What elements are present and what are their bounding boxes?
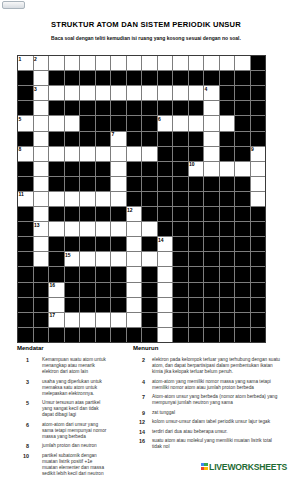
- grid-cell[interactable]: [142, 222, 157, 236]
- grid-cell[interactable]: 14: [158, 237, 173, 251]
- black-cell: [65, 132, 80, 146]
- grid-cell[interactable]: [34, 237, 49, 251]
- grid-cell[interactable]: [96, 252, 111, 266]
- grid-cell[interactable]: [96, 313, 111, 327]
- grid-cell[interactable]: [49, 116, 64, 130]
- grid-cell[interactable]: [65, 116, 80, 130]
- clue-item: 5Unsur tersusun atas partikel yang sanga…: [17, 400, 125, 418]
- black-cell: [251, 283, 266, 297]
- grid-cell[interactable]: [173, 116, 188, 130]
- grid-cell[interactable]: [80, 313, 95, 327]
- grid-cell[interactable]: [158, 56, 173, 70]
- black-cell: [49, 162, 64, 176]
- worksheet-page: { "game": "crossword", "header": { "titl…: [0, 0, 292, 480]
- grid-cell[interactable]: [80, 252, 95, 266]
- grid-cell[interactable]: [189, 86, 204, 100]
- grid-cell[interactable]: [127, 283, 142, 297]
- grid-cell[interactable]: [111, 86, 126, 100]
- grid-cell[interactable]: [127, 237, 142, 251]
- grid-cell[interactable]: [127, 313, 142, 327]
- black-cell: [251, 222, 266, 236]
- grid-cell[interactable]: [96, 147, 111, 161]
- grid-cell[interactable]: [96, 192, 111, 206]
- grid-cell[interactable]: [158, 298, 173, 312]
- black-cell: [127, 177, 142, 191]
- black-cell: [220, 298, 235, 312]
- page-subtitle: Baca soal dengan teliti kemudian isi rua…: [0, 35, 292, 41]
- black-cell: [235, 101, 250, 115]
- black-cell: [49, 132, 64, 146]
- clue-item-text: Kemampuan suatu atom untuk menangkap ata…: [42, 357, 108, 375]
- black-cell: [173, 283, 188, 297]
- grid-cell[interactable]: [80, 56, 95, 70]
- black-cell: [189, 267, 204, 281]
- crossword-grid: 1234567891011121314151617: [18, 56, 265, 342]
- black-cell: [204, 177, 219, 191]
- clue-item: 9zat tunggal: [133, 410, 285, 416]
- black-cell: [204, 237, 219, 251]
- liveworksheets-logo-text: LIVEWORKSHEETS: [209, 462, 287, 472]
- grid-cell[interactable]: [49, 147, 64, 161]
- grid-cell[interactable]: [34, 132, 49, 146]
- black-cell: [158, 162, 173, 176]
- black-cell: [235, 71, 250, 85]
- black-cell: [18, 101, 33, 115]
- black-cell: [111, 328, 126, 342]
- black-cell: [173, 252, 188, 266]
- grid-cell[interactable]: [65, 147, 80, 161]
- black-cell: [34, 267, 49, 281]
- black-cell: [127, 162, 142, 176]
- grid-cell[interactable]: 6: [158, 116, 173, 130]
- black-cell: [204, 222, 219, 236]
- grid-cell[interactable]: [111, 56, 126, 70]
- black-cell: [65, 162, 80, 176]
- black-cell: [65, 101, 80, 115]
- clue-item: 7Atom-atom unsur yang berbeda (nomor ato…: [133, 394, 285, 406]
- crossword-board: 1234567891011121314151617: [17, 55, 266, 343]
- black-cell: [80, 298, 95, 312]
- grid-cell[interactable]: [34, 207, 49, 221]
- black-cell: [80, 207, 95, 221]
- black-cell: [220, 222, 235, 236]
- black-cell: [173, 147, 188, 161]
- black-cell: [220, 71, 235, 85]
- black-cell: [235, 237, 250, 251]
- grid-cell[interactable]: 12: [127, 207, 142, 221]
- clue-number-label: 9: [251, 146, 254, 152]
- grid-cell[interactable]: [96, 86, 111, 100]
- grid-cell[interactable]: [111, 222, 126, 236]
- grid-cell[interactable]: [235, 56, 250, 70]
- grid-cell[interactable]: [158, 267, 173, 281]
- black-cell: [18, 283, 33, 297]
- black-cell: [204, 71, 219, 85]
- clue-item: 3usaha yang diperlukan untuk memaksa sat…: [17, 379, 125, 397]
- black-cell: [173, 162, 188, 176]
- black-cell: [204, 192, 219, 206]
- black-cell: [111, 267, 126, 281]
- grid-cell[interactable]: [111, 313, 126, 327]
- clue-item-number: 2: [133, 357, 145, 375]
- clue-item: 10partikel subatomik dengan muatan listr…: [17, 453, 125, 477]
- black-cell: [142, 162, 157, 176]
- black-cell: [49, 237, 64, 251]
- grid-cell[interactable]: [111, 177, 126, 191]
- black-cell: [80, 237, 95, 251]
- grid-cell[interactable]: [80, 192, 95, 206]
- grid-cell[interactable]: [173, 56, 188, 70]
- black-cell: [111, 283, 126, 297]
- black-cell: [189, 132, 204, 146]
- clue-item-number: 1: [17, 357, 29, 375]
- grid-cell[interactable]: [127, 267, 142, 281]
- black-cell: [65, 283, 80, 297]
- grid-cell[interactable]: 7: [111, 132, 126, 146]
- black-cell: [65, 207, 80, 221]
- grid-cell[interactable]: [80, 86, 95, 100]
- clue-item: 12kolom unsur-unsur dalam tabel periodik…: [133, 419, 285, 425]
- black-cell: [173, 101, 188, 115]
- black-cell: [80, 132, 95, 146]
- grid-cell[interactable]: 4: [204, 86, 219, 100]
- black-cell: [220, 207, 235, 221]
- black-cell: [111, 71, 126, 85]
- grid-cell[interactable]: [173, 86, 188, 100]
- grid-cell[interactable]: [204, 132, 219, 146]
- black-cell: [111, 207, 126, 221]
- black-cell: [204, 207, 219, 221]
- grid-cell[interactable]: [142, 252, 157, 266]
- black-cell: [235, 328, 250, 342]
- black-cell: [142, 328, 157, 342]
- grid-cell[interactable]: [235, 162, 250, 176]
- grid-cell[interactable]: 11: [18, 192, 33, 206]
- clue-item-number: 7: [133, 394, 145, 406]
- black-cell: [18, 222, 33, 236]
- black-cell: [80, 283, 95, 297]
- clue-item-text: atom-atom yang memiliki nomor massa yang…: [152, 379, 282, 391]
- worksheet-header: STRUKTUR ATOM DAN SISTEM PERIODIK UNSUR …: [0, 20, 292, 41]
- grid-cell[interactable]: [96, 56, 111, 70]
- black-cell: [189, 252, 204, 266]
- down-clue-list: 2elektron pada kelompok terluar yang ter…: [133, 357, 285, 450]
- clue-item-text: usaha yang diperlukan untuk memaksa satu…: [42, 379, 108, 397]
- grid-cell[interactable]: [204, 116, 219, 130]
- grid-cell[interactable]: 9: [251, 147, 266, 161]
- across-heading: Mendatar: [17, 345, 125, 351]
- black-cell: [142, 237, 157, 251]
- clue-item-number: 6: [17, 422, 29, 440]
- grid-cell[interactable]: [111, 147, 126, 161]
- clue-number-label: 2: [34, 56, 37, 62]
- black-cell: [173, 132, 188, 146]
- black-cell: [220, 101, 235, 115]
- grid-cell[interactable]: 2: [34, 56, 49, 70]
- black-cell: [65, 298, 80, 312]
- black-cell: [220, 132, 235, 146]
- grid-cell[interactable]: [189, 56, 204, 70]
- clue-item-text: zat tunggal: [152, 410, 282, 416]
- clue-item-text: Atom-atom unsur yang berbeda (nomor atom…: [152, 394, 282, 406]
- liveworksheets-grid-icon: [201, 463, 208, 470]
- black-cell: [18, 162, 33, 176]
- black-cell: [235, 283, 250, 297]
- black-cell: [34, 328, 49, 342]
- grid-cell[interactable]: 8: [18, 147, 33, 161]
- black-cell: [65, 71, 80, 85]
- grid-cell[interactable]: [220, 56, 235, 70]
- grid-cell[interactable]: [127, 56, 142, 70]
- black-cell: [142, 313, 157, 327]
- black-cell: [173, 222, 188, 236]
- black-cell: [235, 132, 250, 146]
- grid-cell[interactable]: [204, 101, 219, 115]
- black-cell: [80, 267, 95, 281]
- black-cell: [204, 252, 219, 266]
- clue-item-number: 10: [17, 453, 29, 477]
- clue-number-label: 17: [50, 312, 56, 318]
- grid-cell[interactable]: [111, 252, 126, 266]
- black-cell: [251, 116, 266, 130]
- black-cell: [251, 267, 266, 281]
- black-cell: [18, 267, 33, 281]
- grid-cell[interactable]: [34, 192, 49, 206]
- grid-cell[interactable]: 10: [189, 162, 204, 176]
- black-cell: [251, 328, 266, 342]
- grid-cell[interactable]: 16: [49, 283, 64, 297]
- grid-cell[interactable]: [49, 192, 64, 206]
- grid-cell[interactable]: [96, 222, 111, 236]
- black-cell: [158, 71, 173, 85]
- grid-cell[interactable]: 15: [65, 252, 80, 266]
- black-cell: [18, 298, 33, 312]
- grid-cell[interactable]: [127, 252, 142, 266]
- black-cell: [127, 192, 142, 206]
- black-cell: [158, 177, 173, 191]
- grid-cell[interactable]: [111, 162, 126, 176]
- black-cell: [142, 101, 157, 115]
- clue-item-number: 3: [17, 379, 29, 397]
- black-cell: [142, 192, 157, 206]
- grid-cell[interactable]: [34, 147, 49, 161]
- black-cell: [220, 147, 235, 161]
- black-cell: [189, 71, 204, 85]
- black-cell: [111, 116, 126, 130]
- black-cell: [158, 101, 173, 115]
- grid-cell[interactable]: 5: [18, 116, 33, 130]
- black-cell: [173, 328, 188, 342]
- grid-cell[interactable]: [127, 298, 142, 312]
- black-cell: [96, 283, 111, 297]
- grid-cell[interactable]: [158, 86, 173, 100]
- black-cell: [235, 313, 250, 327]
- grid-cell[interactable]: [80, 222, 95, 236]
- clue-item-text: jumlah proton dan neutron: [42, 443, 108, 449]
- clue-number-label: 10: [189, 161, 195, 167]
- black-cell: [65, 328, 80, 342]
- grid-cell[interactable]: [127, 86, 142, 100]
- black-cell: [173, 207, 188, 221]
- black-cell: [220, 252, 235, 266]
- clue-item: 16suatu atom atau molekul yang memiliki …: [133, 438, 285, 450]
- grid-cell[interactable]: 3: [34, 86, 49, 100]
- grid-cell[interactable]: [34, 71, 49, 85]
- black-cell: [204, 298, 219, 312]
- black-cell: [18, 207, 33, 221]
- grid-cell[interactable]: [49, 222, 64, 236]
- grid-cell[interactable]: [251, 192, 266, 206]
- black-cell: [80, 162, 95, 176]
- grid-cell[interactable]: 17: [49, 313, 64, 327]
- page-toolbar-chip: [2, 1, 25, 9]
- black-cell: [220, 267, 235, 281]
- black-cell: [189, 192, 204, 206]
- black-cell: [34, 298, 49, 312]
- black-cell: [127, 132, 142, 146]
- black-cell: [251, 101, 266, 115]
- black-cell: [18, 237, 33, 251]
- grid-cell[interactable]: [204, 56, 219, 70]
- grid-cell[interactable]: [220, 162, 235, 176]
- black-cell: [158, 147, 173, 161]
- grid-cell[interactable]: [142, 86, 157, 100]
- grid-cell[interactable]: [204, 147, 219, 161]
- black-cell: [18, 177, 33, 191]
- black-cell: [96, 207, 111, 221]
- grid-cell[interactable]: [158, 328, 173, 342]
- black-cell: [18, 86, 33, 100]
- black-cell: [173, 177, 188, 191]
- clue-number-label: 12: [127, 207, 133, 213]
- grid-cell[interactable]: [111, 192, 126, 206]
- clue-item: 1Kemampuan suatu atom untuk menangkap at…: [17, 357, 125, 375]
- grid-cell[interactable]: [158, 252, 173, 266]
- black-cell: [251, 313, 266, 327]
- black-cell: [111, 237, 126, 251]
- black-cell: [173, 313, 188, 327]
- grid-cell[interactable]: [127, 222, 142, 236]
- black-cell: [18, 71, 33, 85]
- clue-item-text: elektron pada kelompok terluar yang terh…: [152, 357, 282, 375]
- black-cell: [127, 328, 142, 342]
- black-cell: [34, 313, 49, 327]
- black-cell: [96, 328, 111, 342]
- black-cell: [65, 267, 80, 281]
- black-cell: [142, 132, 157, 146]
- liveworksheets-logo: LIVEWORKSHEETS: [201, 461, 287, 472]
- grid-cell[interactable]: [65, 313, 80, 327]
- grid-cell[interactable]: 1: [18, 56, 33, 70]
- clue-item: 6atom-atom dari unsur yang sama tetapi m…: [17, 422, 125, 440]
- clue-number-label: 13: [34, 222, 40, 228]
- grid-cell[interactable]: [251, 162, 266, 176]
- grid-cell[interactable]: [80, 147, 95, 161]
- grid-cell[interactable]: [34, 162, 49, 176]
- black-cell: [80, 116, 95, 130]
- black-cell: [173, 298, 188, 312]
- clue-number-label: 11: [19, 191, 24, 197]
- grid-cell[interactable]: [65, 56, 80, 70]
- grid-cell[interactable]: [34, 252, 49, 266]
- black-cell: [204, 313, 219, 327]
- black-cell: [142, 267, 157, 281]
- down-heading: Menurun: [133, 345, 285, 351]
- black-cell: [189, 222, 204, 236]
- clue-number-label: 6: [158, 116, 161, 122]
- black-cell: [80, 71, 95, 85]
- black-cell: [158, 132, 173, 146]
- grid-cell[interactable]: [65, 222, 80, 236]
- black-cell: [65, 237, 80, 251]
- black-cell: [251, 207, 266, 221]
- clue-number-label: 15: [65, 252, 71, 258]
- grid-cell[interactable]: [158, 283, 173, 297]
- black-cell: [49, 267, 64, 281]
- clue-item-text: kolom unsur-unsur dalam tabel periodik u…: [152, 419, 282, 425]
- black-cell: [142, 283, 157, 297]
- grid-cell[interactable]: [34, 101, 49, 115]
- clue-number-label: 7: [112, 131, 115, 137]
- grid-cell[interactable]: [34, 116, 49, 130]
- clue-item: 4atom-atom yang memiliki nomor massa yan…: [133, 379, 285, 391]
- grid-cell[interactable]: [142, 147, 157, 161]
- black-cell: [34, 283, 49, 297]
- black-cell: [251, 132, 266, 146]
- black-cell: [235, 267, 250, 281]
- black-cell: [173, 267, 188, 281]
- black-cell: [158, 207, 173, 221]
- black-cell: [158, 222, 173, 236]
- black-cell: [142, 298, 157, 312]
- grid-cell[interactable]: [158, 313, 173, 327]
- black-cell: [220, 237, 235, 251]
- grid-cell[interactable]: [142, 56, 157, 70]
- black-cell: [96, 177, 111, 191]
- grid-cell[interactable]: [65, 86, 80, 100]
- grid-cell[interactable]: [251, 177, 266, 191]
- black-cell: [96, 132, 111, 146]
- grid-cell[interactable]: 13: [34, 222, 49, 236]
- black-cell: [18, 132, 33, 146]
- black-cell: [189, 328, 204, 342]
- black-cell: [18, 328, 33, 342]
- black-cell: [220, 177, 235, 191]
- grid-cell[interactable]: [49, 86, 64, 100]
- grid-cell[interactable]: [49, 298, 64, 312]
- black-cell: [235, 116, 250, 130]
- black-cell: [235, 86, 250, 100]
- grid-cell[interactable]: [127, 147, 142, 161]
- grid-cell[interactable]: [65, 192, 80, 206]
- black-cell: [251, 56, 266, 70]
- grid-cell[interactable]: [204, 162, 219, 176]
- black-cell: [127, 71, 142, 85]
- grid-cell[interactable]: [49, 56, 64, 70]
- black-cell: [204, 267, 219, 281]
- black-cell: [49, 177, 64, 191]
- clue-number-label: 4: [205, 86, 208, 92]
- black-cell: [127, 116, 142, 130]
- grid-cell[interactable]: [220, 116, 235, 130]
- grid-cell[interactable]: [34, 177, 49, 191]
- black-cell: [96, 298, 111, 312]
- black-cell: [80, 328, 95, 342]
- black-cell: [189, 298, 204, 312]
- black-cell: [142, 116, 157, 130]
- clue-item-text: terdiri dari dua atau beberapa unsur.: [152, 429, 282, 435]
- grid-cell[interactable]: [189, 116, 204, 130]
